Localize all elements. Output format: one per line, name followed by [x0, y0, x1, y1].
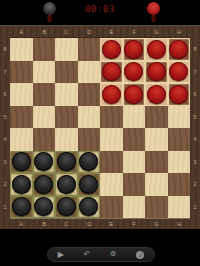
square-B6[interactable]: [33, 83, 56, 106]
file-label-E: E: [101, 219, 121, 230]
black-player-icon: [43, 2, 56, 15]
rank-label-4: 4: [1, 129, 10, 149]
square-C7[interactable]: [55, 61, 78, 84]
file-labels-top: ABCDEFGH: [10, 26, 190, 38]
red-piece[interactable]: [147, 62, 166, 81]
game-timer: 00:03: [70, 4, 130, 14]
square-H5[interactable]: [168, 106, 191, 129]
square-A8[interactable]: [10, 38, 33, 61]
black-piece[interactable]: [57, 152, 76, 171]
file-label-C: C: [56, 219, 76, 230]
rank-label-5: 5: [1, 107, 10, 127]
black-piece[interactable]: [34, 175, 53, 194]
square-D3[interactable]: [78, 151, 101, 174]
square-E2[interactable]: [100, 173, 123, 196]
square-B1[interactable]: [33, 196, 56, 219]
rank-label-6: 6: [1, 84, 10, 104]
file-label-B: B: [34, 27, 54, 38]
square-E5[interactable]: [100, 106, 123, 129]
rank-labels-right: 87654321: [190, 38, 200, 218]
square-E3[interactable]: [100, 151, 123, 174]
file-label-H: H: [169, 27, 189, 38]
file-label-E: E: [101, 27, 121, 38]
black-piece[interactable]: [57, 197, 76, 216]
red-piece[interactable]: [124, 62, 143, 81]
square-G2[interactable]: [145, 173, 168, 196]
file-label-G: G: [146, 219, 166, 230]
square-A5[interactable]: [10, 106, 33, 129]
red-piece[interactable]: [169, 40, 188, 59]
square-C3[interactable]: [55, 151, 78, 174]
square-D8[interactable]: [78, 38, 101, 61]
black-piece[interactable]: [57, 175, 76, 194]
rank-labels-left: 87654321: [0, 38, 10, 218]
black-piece[interactable]: [79, 175, 98, 194]
square-F4[interactable]: [123, 128, 146, 151]
file-label-F: F: [124, 219, 144, 230]
square-G1[interactable]: [145, 196, 168, 219]
square-A2[interactable]: [10, 173, 33, 196]
red-piece[interactable]: [147, 85, 166, 104]
file-label-G: G: [146, 27, 166, 38]
play-button[interactable]: ▶: [58, 251, 64, 259]
square-C2[interactable]: [55, 173, 78, 196]
rank-label-8: 8: [1, 39, 10, 59]
square-H2[interactable]: [168, 173, 191, 196]
red-piece[interactable]: [169, 85, 188, 104]
square-F5[interactable]: [123, 106, 146, 129]
red-player-icon: [147, 2, 160, 15]
square-E1[interactable]: [100, 196, 123, 219]
red-piece[interactable]: [124, 85, 143, 104]
red-piece[interactable]: [147, 40, 166, 59]
rank-label-6: 6: [191, 84, 200, 104]
square-C8[interactable]: [55, 38, 78, 61]
file-labels-bottom: ABCDEFGH: [10, 218, 190, 230]
square-D7[interactable]: [78, 61, 101, 84]
square-H7[interactable]: [168, 61, 191, 84]
square-G5[interactable]: [145, 106, 168, 129]
square-D5[interactable]: [78, 106, 101, 129]
info-button[interactable]: i: [136, 251, 144, 259]
square-F1[interactable]: [123, 196, 146, 219]
black-piece[interactable]: [12, 175, 31, 194]
square-B5[interactable]: [33, 106, 56, 129]
square-B2[interactable]: [33, 173, 56, 196]
black-piece[interactable]: [79, 152, 98, 171]
square-A7[interactable]: [10, 61, 33, 84]
square-B4[interactable]: [33, 128, 56, 151]
settings-button[interactable]: ⚙: [110, 251, 116, 258]
rank-label-1: 1: [1, 197, 10, 217]
file-label-H: H: [169, 219, 189, 230]
square-E6[interactable]: [100, 83, 123, 106]
file-label-A: A: [11, 27, 31, 38]
square-A6[interactable]: [10, 83, 33, 106]
rank-label-7: 7: [191, 62, 200, 82]
rank-label-3: 3: [1, 152, 10, 172]
rank-label-4: 4: [191, 129, 200, 149]
rank-label-3: 3: [191, 152, 200, 172]
info-icon: i: [136, 251, 144, 259]
checkers-board: ABCDEFGH 87654321 87654321 ABCDEFGH: [0, 25, 200, 229]
square-G4[interactable]: [145, 128, 168, 151]
board-squares: [10, 38, 190, 218]
black-captured-count: 0: [34, 15, 65, 24]
red-piece[interactable]: [124, 40, 143, 59]
red-piece[interactable]: [169, 62, 188, 81]
square-B3[interactable]: [33, 151, 56, 174]
square-H6[interactable]: [168, 83, 191, 106]
square-H1[interactable]: [168, 196, 191, 219]
square-E8[interactable]: [100, 38, 123, 61]
square-G3[interactable]: [145, 151, 168, 174]
black-piece[interactable]: [79, 197, 98, 216]
square-H8[interactable]: [168, 38, 191, 61]
rank-label-5: 5: [191, 107, 200, 127]
square-D2[interactable]: [78, 173, 101, 196]
black-piece[interactable]: [34, 152, 53, 171]
square-D1[interactable]: [78, 196, 101, 219]
square-D4[interactable]: [78, 128, 101, 151]
square-F3[interactable]: [123, 151, 146, 174]
rank-label-2: 2: [191, 174, 200, 194]
rank-label-8: 8: [191, 39, 200, 59]
red-piece[interactable]: [102, 85, 121, 104]
square-H3[interactable]: [168, 151, 191, 174]
rank-label-1: 1: [191, 197, 200, 217]
square-G8[interactable]: [145, 38, 168, 61]
square-F8[interactable]: [123, 38, 146, 61]
square-G7[interactable]: [145, 61, 168, 84]
red-captured-count: 0: [138, 15, 169, 24]
square-B8[interactable]: [33, 38, 56, 61]
file-label-D: D: [79, 27, 99, 38]
red-piece[interactable]: [102, 40, 121, 59]
rank-label-2: 2: [1, 174, 10, 194]
status-bar: 0 00:03 0: [0, 0, 200, 25]
undo-button[interactable]: ↶: [84, 251, 91, 259]
square-E7[interactable]: [100, 61, 123, 84]
file-label-F: F: [124, 27, 144, 38]
square-F2[interactable]: [123, 173, 146, 196]
square-A4[interactable]: [10, 128, 33, 151]
black-piece[interactable]: [12, 197, 31, 216]
square-A3[interactable]: [10, 151, 33, 174]
file-label-D: D: [79, 219, 99, 230]
black-piece[interactable]: [12, 152, 31, 171]
black-piece[interactable]: [34, 197, 53, 216]
bottom-toolbar: ▶ ↶ ⚙ i: [47, 247, 155, 262]
file-label-C: C: [56, 27, 76, 38]
square-H4[interactable]: [168, 128, 191, 151]
square-C4[interactable]: [55, 128, 78, 151]
square-A1[interactable]: [10, 196, 33, 219]
square-D6[interactable]: [78, 83, 101, 106]
square-F6[interactable]: [123, 83, 146, 106]
file-label-A: A: [11, 219, 31, 230]
file-label-B: B: [34, 219, 54, 230]
red-piece[interactable]: [102, 62, 121, 81]
square-E4[interactable]: [100, 128, 123, 151]
square-B7[interactable]: [33, 61, 56, 84]
square-G6[interactable]: [145, 83, 168, 106]
square-C6[interactable]: [55, 83, 78, 106]
square-C5[interactable]: [55, 106, 78, 129]
square-C1[interactable]: [55, 196, 78, 219]
rank-label-7: 7: [1, 62, 10, 82]
square-F7[interactable]: [123, 61, 146, 84]
